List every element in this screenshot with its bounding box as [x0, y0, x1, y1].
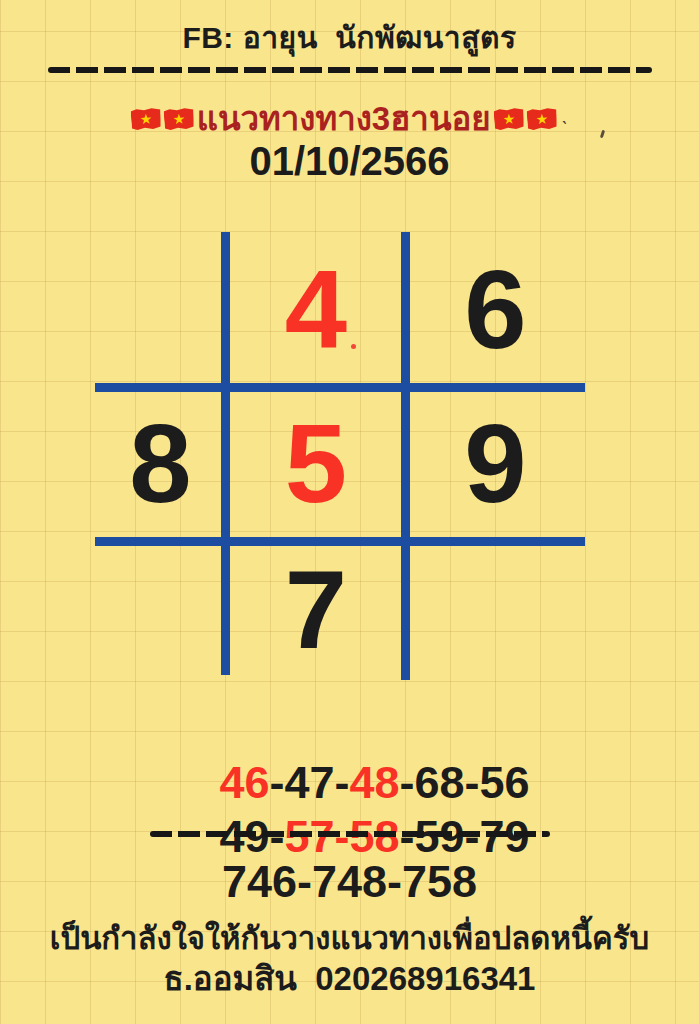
vietnam-flag-icon: ★ [163, 107, 194, 131]
grid-cell-r1c0: 8 [95, 387, 226, 541]
stray-mark: ˎ [562, 102, 569, 125]
vietnam-flag-icon: ★ [493, 107, 524, 131]
draw-date: 01/10/2566 [0, 139, 699, 184]
flag-star-icon: ★ [130, 107, 161, 131]
bottom-divider [150, 831, 550, 837]
page-title: แนวทางทาง3ฮานอย [197, 101, 491, 137]
stray-red-dot [351, 344, 356, 349]
grid-cell-r1c2: 9 [406, 387, 585, 541]
grid-cell-r2c1: 7 [226, 541, 406, 678]
top-divider [48, 67, 652, 73]
vietnam-flag-icon: ★ [130, 107, 161, 131]
flag-star-icon: ★ [493, 107, 524, 131]
bank-account-line: ธ.ออมสิน 020268916341 [0, 952, 699, 1005]
number-grid-board: 4 6 8 5 9 7 [95, 232, 585, 678]
flag-star-icon: ★ [526, 107, 557, 131]
grid-cell-r0c0 [95, 232, 226, 387]
grid-cell-r0c2: 6 [406, 232, 585, 387]
triple-numbers: 746-748-758 [0, 856, 699, 908]
lottery-tip-sheet: FB: อายุน นักพัฒนาสูตร ★ ★ แนวทางทาง3ฮาน… [0, 0, 699, 1024]
grid-cell-r2c0 [95, 541, 226, 678]
grid-cell-r1c1: 5 [226, 387, 406, 541]
grid-cell-r2c2 [406, 541, 585, 678]
grid-cells: 4 6 8 5 9 7 [95, 232, 585, 678]
flag-star-icon: ★ [163, 107, 194, 131]
grid-cell-r0c1: 4 [226, 232, 406, 387]
title-row: ★ ★ แนวทางทาง3ฮานอย ★ ★ ˎ [0, 101, 699, 137]
vietnam-flag-icon: ★ [526, 107, 557, 131]
fb-header: FB: อายุน นักพัฒนาสูตร [0, 14, 699, 61]
